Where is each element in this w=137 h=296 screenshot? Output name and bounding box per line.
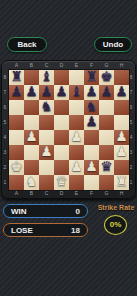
square-a3[interactable] xyxy=(9,145,24,160)
file-label: H xyxy=(114,190,129,197)
piece-black-pawn: ♟ xyxy=(84,83,99,100)
piece-white-pawn: ♟ xyxy=(69,128,84,145)
square-g3[interactable] xyxy=(99,145,114,160)
square-d7[interactable]: ♟ xyxy=(54,85,69,100)
square-f2[interactable]: ♟ xyxy=(84,160,99,175)
rank-label: 8 xyxy=(2,70,8,85)
piece-white-queen: ♛ xyxy=(54,173,69,190)
square-e6[interactable] xyxy=(69,100,84,115)
file-label: B xyxy=(24,190,39,197)
square-b5[interactable] xyxy=(24,115,39,130)
square-b8[interactable] xyxy=(24,70,39,85)
rank-label: 7 xyxy=(2,85,8,100)
square-d6[interactable] xyxy=(54,100,69,115)
square-b1[interactable]: ♞ xyxy=(24,175,39,190)
square-b4[interactable]: ♟ xyxy=(24,130,39,145)
square-c1[interactable] xyxy=(39,175,54,190)
rank-label: 6 xyxy=(2,100,8,115)
back-button[interactable]: Back xyxy=(7,37,47,52)
file-label: C xyxy=(39,190,54,197)
piece-black-bishop: ♝ xyxy=(39,68,54,85)
file-labels-top: ABCDEFGH xyxy=(9,62,129,69)
square-e4[interactable]: ♟ xyxy=(69,130,84,145)
square-d1[interactable]: ♛ xyxy=(54,175,69,190)
square-h3[interactable]: ♟ xyxy=(114,145,129,160)
square-h5[interactable] xyxy=(114,115,129,130)
square-e8[interactable] xyxy=(69,70,84,85)
win-value: 0 xyxy=(76,207,80,216)
rank-labels-left: 87654321 xyxy=(2,70,8,190)
piece-white-pawn: ♟ xyxy=(114,128,129,145)
piece-black-knight: ♞ xyxy=(39,98,54,115)
square-g8[interactable]: ♚ xyxy=(99,70,114,85)
lose-counter: LOSE 18 xyxy=(3,223,88,237)
square-a5[interactable] xyxy=(9,115,24,130)
piece-white-pawn: ♟ xyxy=(84,158,99,175)
square-a1[interactable] xyxy=(9,175,24,190)
piece-black-pawn: ♟ xyxy=(39,83,54,100)
square-g4[interactable] xyxy=(99,130,114,145)
square-d4[interactable] xyxy=(54,130,69,145)
square-f1[interactable] xyxy=(84,175,99,190)
square-f3[interactable] xyxy=(84,145,99,160)
square-h1[interactable]: ♜ xyxy=(114,175,129,190)
piece-black-knight: ♞ xyxy=(84,98,99,115)
piece-white-rook: ♜ xyxy=(114,173,129,190)
square-a2[interactable]: ♚ xyxy=(9,160,24,175)
file-label: G xyxy=(99,62,114,69)
square-c8[interactable]: ♝ xyxy=(39,70,54,85)
win-label: WIN xyxy=(11,207,27,216)
rank-label: 4 xyxy=(2,130,8,145)
piece-white-knight: ♞ xyxy=(24,173,39,190)
square-e3[interactable] xyxy=(69,145,84,160)
file-label: E xyxy=(69,190,84,197)
square-g5[interactable] xyxy=(99,115,114,130)
square-c4[interactable] xyxy=(39,130,54,145)
square-f6[interactable]: ♞ xyxy=(84,100,99,115)
app-screen: Back Undo ABCDEFGH 87654321 87654321 ♜♝♜… xyxy=(0,0,137,296)
square-c3[interactable]: ♟ xyxy=(39,145,54,160)
file-label: C xyxy=(39,62,54,69)
square-h6[interactable] xyxy=(114,100,129,115)
rank-label: 3 xyxy=(2,145,8,160)
piece-black-king: ♚ xyxy=(99,68,114,85)
file-label: E xyxy=(69,62,84,69)
file-label: A xyxy=(9,62,24,69)
undo-button[interactable]: Undo xyxy=(94,37,132,52)
square-g1[interactable] xyxy=(99,175,114,190)
strike-rate-label: Strike Rate xyxy=(96,204,136,211)
square-g7[interactable]: ♟ xyxy=(99,85,114,100)
strike-rate-badge: 0% xyxy=(104,215,127,235)
square-h4[interactable]: ♟ xyxy=(114,130,129,145)
square-f7[interactable]: ♟ xyxy=(84,85,99,100)
win-counter: WIN 0 xyxy=(3,204,88,218)
square-a7[interactable]: ♟ xyxy=(9,85,24,100)
square-a6[interactable] xyxy=(9,100,24,115)
piece-black-queen: ♛ xyxy=(99,158,114,175)
piece-black-rook: ♜ xyxy=(84,68,99,85)
square-e2[interactable]: ♟ xyxy=(69,160,84,175)
square-c6[interactable]: ♞ xyxy=(39,100,54,115)
piece-black-pawn: ♟ xyxy=(54,83,69,100)
file-label: G xyxy=(99,190,114,197)
piece-white-pawn: ♟ xyxy=(39,143,54,160)
square-b6[interactable] xyxy=(24,100,39,115)
piece-black-pawn: ♟ xyxy=(114,83,129,100)
square-e7[interactable]: ♝ xyxy=(69,85,84,100)
square-d8[interactable] xyxy=(54,70,69,85)
square-h8[interactable] xyxy=(114,70,129,85)
file-label: D xyxy=(54,62,69,69)
square-d2[interactable] xyxy=(54,160,69,175)
square-g2[interactable]: ♛ xyxy=(99,160,114,175)
file-label: A xyxy=(9,190,24,197)
piece-white-pawn: ♟ xyxy=(69,158,84,175)
square-b7[interactable]: ♟ xyxy=(24,85,39,100)
file-label: F xyxy=(84,62,99,69)
square-c7[interactable]: ♟ xyxy=(39,85,54,100)
piece-black-pawn: ♟ xyxy=(84,113,99,130)
piece-black-rook: ♜ xyxy=(9,68,24,85)
square-f8[interactable]: ♜ xyxy=(84,70,99,85)
square-b2[interactable] xyxy=(24,160,39,175)
piece-white-king: ♚ xyxy=(9,158,24,175)
square-a8[interactable]: ♜ xyxy=(9,70,24,85)
square-h7[interactable]: ♟ xyxy=(114,85,129,100)
piece-black-bishop: ♝ xyxy=(69,83,84,100)
rank-label: 2 xyxy=(2,160,8,175)
rank-label: 5 xyxy=(2,115,8,130)
square-e1[interactable] xyxy=(69,175,84,190)
file-label: F xyxy=(84,190,99,197)
piece-black-pawn: ♟ xyxy=(24,83,39,100)
square-c2[interactable] xyxy=(39,160,54,175)
lose-label: LOSE xyxy=(11,226,33,235)
file-label: B xyxy=(24,62,39,69)
file-labels-bottom: ABCDEFGH xyxy=(9,190,129,197)
rank-label: 1 xyxy=(2,175,8,190)
square-f4[interactable] xyxy=(84,130,99,145)
file-label: H xyxy=(114,62,129,69)
board-grid: ♜♝♜♚♟♟♟♟♝♟♟♟♞♞♟♟♟♟♟♟♚♟♟♛♞♛♜ xyxy=(9,70,129,190)
square-g6[interactable] xyxy=(99,100,114,115)
piece-black-pawn: ♟ xyxy=(9,83,24,100)
lose-value: 18 xyxy=(71,226,80,235)
square-c5[interactable] xyxy=(39,115,54,130)
piece-black-pawn: ♟ xyxy=(99,83,114,100)
square-b3[interactable] xyxy=(24,145,39,160)
piece-white-pawn: ♟ xyxy=(114,143,129,160)
piece-white-pawn: ♟ xyxy=(24,128,39,145)
square-d3[interactable] xyxy=(54,145,69,160)
chess-board: ABCDEFGH 87654321 87654321 ♜♝♜♚♟♟♟♟♝♟♟♟♞… xyxy=(1,60,136,199)
square-h2[interactable] xyxy=(114,160,129,175)
file-label: D xyxy=(54,190,69,197)
square-d5[interactable] xyxy=(54,115,69,130)
square-a4[interactable] xyxy=(9,130,24,145)
square-e5[interactable] xyxy=(69,115,84,130)
square-f5[interactable]: ♟ xyxy=(84,115,99,130)
